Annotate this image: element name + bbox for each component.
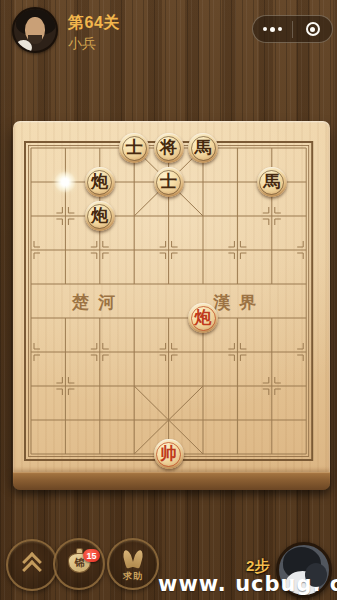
board-grid [0,0,337,600]
piece-glyph: 帅 [160,445,177,462]
piece-black-horse-1[interactable]: 馬 [188,133,218,163]
piece-glyph: 将 [160,139,177,156]
piece-glyph: 士 [126,139,143,156]
piece-black-cannon-2[interactable]: 炮 [85,201,115,231]
ask-help-button[interactable]: 求助 [107,538,159,590]
piece-black-advisor-1[interactable]: 士 [119,133,149,163]
piece-glyph: 士 [160,173,177,190]
app-screen: 第64关 小兵 楚河 漢界 士将馬炮士馬炮炮帅 [0,0,337,600]
hint-bag-button[interactable]: 锦 [53,538,105,590]
piece-red-cannon[interactable]: 炮 [188,303,218,333]
piece-black-advisor-2[interactable]: 士 [154,167,184,197]
piece-red-general[interactable]: 帅 [154,439,184,469]
piece-black-horse-2[interactable]: 馬 [257,167,287,197]
bag-count-badge: 15 [83,549,100,562]
river-label-right: 漢界 [213,291,265,314]
piece-glyph: 炮 [195,309,212,326]
help-label: 求助 [109,570,157,583]
watermark-text: www. ucbug. cc [158,572,337,596]
piece-glyph: 炮 [91,207,108,224]
piece-black-cannon-1[interactable]: 炮 [85,167,115,197]
praying-hands-icon [132,549,145,569]
piece-black-general[interactable]: 将 [154,133,184,163]
piece-glyph: 馬 [263,173,280,190]
piece-glyph: 炮 [91,173,108,190]
collapse-menu-button[interactable] [6,539,58,591]
river-label-left: 楚河 [72,291,124,314]
piece-glyph: 馬 [195,139,212,156]
